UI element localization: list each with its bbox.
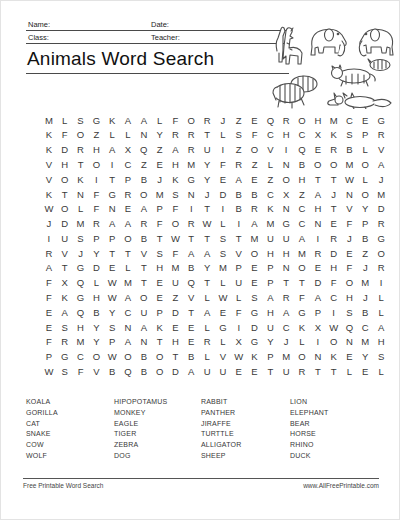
grid-cell: F [168,202,184,217]
grid-cell: T [326,364,342,379]
grid-cell: R [168,128,184,143]
grid-cell: O [310,157,326,172]
grid-cell: T [73,157,89,172]
grid-cell: I [183,202,199,217]
grid-cell: Y [199,157,215,172]
grid-cell: D [215,187,231,202]
grid-cell: F [215,157,231,172]
grid-cell: Z [231,143,247,158]
grid-cell: E [342,246,358,261]
grid-cell: N [310,349,326,364]
grid-cell: M [120,276,136,291]
grid-cell: R [136,216,152,231]
grid-cell: R [373,216,389,231]
grid-cell: L [104,128,120,143]
grid-cell: M [357,276,373,291]
grid-cell: S [215,231,231,246]
grid-cell: H [310,113,326,128]
grid-cell: R [183,216,199,231]
grid-cell: L [152,113,168,128]
grid-cell: R [73,143,89,158]
grid-cell: J [357,290,373,305]
word-list-item: TIGER [114,429,201,440]
grid-cell: E [41,320,57,335]
grid-cell: T [183,305,199,320]
grid-cell: A [136,320,152,335]
grid-cell: X [231,335,247,350]
grid-cell: J [152,172,168,187]
grid-cell: E [247,261,263,276]
grid-cell: I [373,276,389,291]
grid-cell: P [262,261,278,276]
grid-cell: M [183,157,199,172]
grid-cell: L [373,364,389,379]
grid-cell: W [231,349,247,364]
grid-cell: F [41,276,57,291]
grid-cell: J [342,231,358,246]
grid-cell: T [278,276,294,291]
grid-cell: E [152,276,168,291]
grid-cell: H [326,261,342,276]
name-date-row: Name: Date: [26,18,289,31]
grid-cell: S [57,364,73,379]
page-title: Animals Word Search [26,44,289,74]
grid-cell: L [215,128,231,143]
grid-cell: B [136,172,152,187]
grid-cell: N [278,202,294,217]
grid-cell: P [152,305,168,320]
grid-cell: O [278,172,294,187]
word-list-item: PANTHER [201,408,290,419]
grid-cell: B [183,349,199,364]
grid-cell: L [73,202,89,217]
grid-cell: B [136,364,152,379]
grid-cell: Z [294,187,310,202]
grid-cell: M [73,335,89,350]
grid-cell: R [199,113,215,128]
grid-cell: V [41,172,57,187]
grid-cell: J [326,187,342,202]
grid-cell: B [136,231,152,246]
grid-cell: K [294,320,310,335]
grid-cell: P [104,335,120,350]
grid-cell: L [357,143,373,158]
grid-cell: E [342,349,358,364]
grid-cell: P [262,276,278,291]
footer-site-text: www.AllFreePrintable.com [303,482,379,489]
grid-cell: W [41,364,57,379]
grid-cell: J [278,335,294,350]
grid-cell: R [294,364,310,379]
grid-cell: A [41,261,57,276]
grid-cell: R [326,143,342,158]
grid-cell: R [310,246,326,261]
grid-cell: X [57,276,73,291]
grid-cell: P [41,349,57,364]
grid-cell: N [120,320,136,335]
grid-cell: M [357,335,373,350]
grid-cell: G [247,305,263,320]
grid-cell: E [231,364,247,379]
grid-cell: U [231,276,247,291]
grid-cell: T [231,231,247,246]
grid-cell: N [183,187,199,202]
grid-cell: J [373,172,389,187]
word-list-column: LIONELEPHANTBEARHORSERHINODUCK [290,397,388,462]
grid-cell: E [183,335,199,350]
grid-cell: U [262,231,278,246]
footer-left-text: Free Printable Word Search [23,482,103,489]
grid-cell: O [73,128,89,143]
grid-cell: E [215,172,231,187]
grid-cell: B [357,305,373,320]
grid-cell: F [247,128,263,143]
grid-cell: T [199,202,215,217]
grid-cell: O [88,349,104,364]
grid-cell: T [199,128,215,143]
teacher-label: Teacher: [151,33,180,42]
grid-cell: R [41,246,57,261]
grid-cell: L [215,276,231,291]
grid-cell: A [120,113,136,128]
grid-cell: P [231,261,247,276]
grid-cell: C [357,320,373,335]
grid-cell: S [152,246,168,261]
grid-cell: V [41,157,57,172]
word-list-item: ALLIGATOR [201,440,290,451]
grid-cell: T [104,172,120,187]
grid-cell: T [199,231,215,246]
grid-cell: O [357,187,373,202]
grid-cell: Q [73,276,89,291]
grid-cell: C [294,128,310,143]
grid-cell: K [326,128,342,143]
grid-cell: B [342,143,358,158]
grid-cell: A [168,143,184,158]
grid-cell: D [310,276,326,291]
grid-cell: T [168,349,184,364]
grid-cell: A [310,290,326,305]
word-list-item: LION [290,397,388,408]
grid-cell: H [278,246,294,261]
class-label: Class: [28,33,49,42]
grid-cell: W [199,216,215,231]
word-list-item: ZEBRA [114,440,201,451]
grid-cell: A [247,216,263,231]
grid-cell: Y [199,261,215,276]
grid-cell: U [168,276,184,291]
grid-cell: H [168,335,184,350]
grid-cell: B [247,187,263,202]
grid-cell: A [199,305,215,320]
grid-cell: T [326,172,342,187]
grid-cell: F [294,290,310,305]
grid-cell: I [104,157,120,172]
grid-cell: F [41,290,57,305]
grid-cell: K [152,320,168,335]
grid-cell: I [326,305,342,320]
grid-cell: S [342,128,358,143]
grid-cell: B [294,157,310,172]
word-list-item: RABBIT [201,397,290,408]
giraffe-icon [276,27,302,64]
word-list-item: JIRAFFE [201,419,290,430]
grid-cell: B [357,231,373,246]
grid-cell: Z [136,157,152,172]
grid-cell: I [88,172,104,187]
grid-cell: O [120,349,136,364]
grid-cell: H [373,335,389,350]
grid-cell: J [357,261,373,276]
grid-cell: C [120,157,136,172]
grid-cell: M [326,113,342,128]
word-list-item: RHINO [290,440,388,451]
grid-cell: U [262,320,278,335]
grid-cell: C [326,290,342,305]
grid-cell: V [231,246,247,261]
grid-cell: E [247,113,263,128]
grid-cell: H [310,202,326,217]
grid-cell: A [136,113,152,128]
grid-cell: F [342,261,358,276]
word-list-item: MONKEY [114,408,201,419]
grid-cell: N [104,202,120,217]
grid-cell: O [373,246,389,261]
grid-cell: O [247,143,263,158]
grid-cell: A [136,202,152,217]
grid-cell: K [247,349,263,364]
grid-cell: X [120,143,136,158]
grid-cell: J [73,246,89,261]
grid-cell: A [373,157,389,172]
grid-cell: O [168,216,184,231]
grid-cell: A [183,364,199,379]
grid-cell: S [57,320,73,335]
grid-cell: Q [294,143,310,158]
grid-cell: Z [262,172,278,187]
grid-cell: N [73,187,89,202]
grid-cell: D [168,305,184,320]
grid-cell: R [231,157,247,172]
grid-cell: T [262,364,278,379]
grid-cell: I [231,320,247,335]
grid-cell: O [152,349,168,364]
grid-cell: C [262,187,278,202]
grid-cell: I [215,202,231,217]
word-list-item: SNAKE [26,429,114,440]
grid-cell: Y [104,305,120,320]
grid-cell: O [88,157,104,172]
grid-cell: E [247,364,263,379]
grid-cell: R [326,231,342,246]
grid-cell: F [152,216,168,231]
grid-cell: T [120,246,136,261]
grid-cell: V [57,246,73,261]
grid-cell: W [215,290,231,305]
grid-cell: A [120,290,136,305]
grid-cell: I [231,216,247,231]
grid-cell: G [373,113,389,128]
grid-cell: E [215,305,231,320]
grid-cell: F [88,202,104,217]
grid-cell: T [310,172,326,187]
grid-cell: U [57,231,73,246]
grid-cell: M [215,261,231,276]
grid-cell: U [199,143,215,158]
grid-cell: V [373,143,389,158]
grid-cell: E [168,320,184,335]
grid-cell: E [41,305,57,320]
word-list-column: KOALAGORILLACATSNAKECOWWOLF [26,397,114,462]
grid-cell: Y [262,335,278,350]
zebra-icon [273,76,317,108]
grid-cell: R [373,128,389,143]
grid-cell: G [294,305,310,320]
grid-cell: E [326,216,342,231]
grid-cell: N [310,216,326,231]
grid-cell: S [373,349,389,364]
fox-icon [328,93,391,109]
grid-cell: I [215,143,231,158]
grid-cell: A [104,143,120,158]
grid-cell: A [278,305,294,320]
grid-cell: L [199,349,215,364]
word-list-item: CAT [26,419,114,430]
grid-cell: Y [357,202,373,217]
grid-cell: A [183,246,199,261]
grid-cell: S [342,305,358,320]
word-list-item: COW [26,440,114,451]
grid-cell: Q [73,305,89,320]
grid-cell: K [168,172,184,187]
grid-cell: L [262,157,278,172]
grid-cell: D [326,246,342,261]
grid-cell: I [310,231,326,246]
grid-cell: H [73,320,89,335]
grid-cell: H [168,157,184,172]
grid-cell: Y [357,349,373,364]
grid-cell: N [136,335,152,350]
grid-cell: Z [168,290,184,305]
grid-cell: L [120,128,136,143]
grid-cell: C [262,128,278,143]
grid-cell: G [57,349,73,364]
grid-cell: N [278,261,294,276]
grid-cell: A [310,187,326,202]
word-list-column: RABBITPANTHERJIRAFFETURTTLEALLIGATORSHEE… [201,397,290,462]
grid-cell: L [57,113,73,128]
grid-cell: O [247,246,263,261]
grid-cell: Q [136,143,152,158]
grid-cell: L [199,320,215,335]
grid-cell: F [342,216,358,231]
grid-cell: B [231,187,247,202]
word-list-item: HORSE [290,429,388,440]
grid-cell: G [104,187,120,202]
grid-cell: L [342,364,358,379]
word-list-item: GORILLA [26,408,114,419]
grid-cell: S [73,113,89,128]
grid-cell: P [262,349,278,364]
grid-cell: T [152,335,168,350]
grid-cell: Q [262,113,278,128]
grid-cell: N [342,187,358,202]
grid-cell: S [215,246,231,261]
grid-cell: J [215,113,231,128]
grid-cell: E [152,157,168,172]
grid-cell: O [183,113,199,128]
grid-cell: S [104,320,120,335]
grid-cell: B [231,202,247,217]
grid-cell: L [373,305,389,320]
grid-cell: Z [88,128,104,143]
grid-cell: R [199,335,215,350]
grid-cell: E [310,143,326,158]
grid-cell: G [215,320,231,335]
grid-cell: H [57,157,73,172]
grid-cell: O [57,202,73,217]
grid-cell: B [88,305,104,320]
word-list-item: ELEPHANT [290,408,388,419]
grid-cell: T [152,231,168,246]
word-list-item: BEAR [290,419,388,430]
word-list-item: KOALA [26,397,114,408]
word-list-item: EAGLE [114,419,201,430]
grid-cell: I [278,143,294,158]
grid-cell: G [88,113,104,128]
grid-cell: E [183,320,199,335]
grid-cell: R [183,128,199,143]
grid-cell: S [247,290,263,305]
grid-cell: A [120,216,136,231]
animals-illustration [267,13,397,109]
grid-cell: S [73,231,89,246]
grid-cell: L [88,276,104,291]
grid-cell: K [41,128,57,143]
grid-cell: L [373,290,389,305]
grid-cell: K [262,202,278,217]
grid-cell: F [88,187,104,202]
grid-cell: O [294,113,310,128]
grid-cell: T [199,276,215,291]
grid-cell: O [120,231,136,246]
grid-cell: P [120,172,136,187]
class-teacher-row: Class: Teacher: [26,31,289,44]
grid-cell: U [136,305,152,320]
grid-cell: K [104,113,120,128]
grid-cell: Z [152,143,168,158]
grid-cell: I [41,231,57,246]
grid-cell: O [152,364,168,379]
grid-cell: R [373,261,389,276]
grid-cell: T [57,261,73,276]
grid-cell: R [88,216,104,231]
grid-cell: M [294,246,310,261]
grid-cell: E [104,261,120,276]
grid-cell: V [88,364,104,379]
grid-cell: D [88,261,104,276]
grid-cell: L [294,335,310,350]
grid-cell: T [104,246,120,261]
grid-cell: W [104,349,120,364]
grid-cell: H [88,290,104,305]
grid-cell: U [215,364,231,379]
grid-cell: F [231,305,247,320]
grid-cell: W [326,320,342,335]
grid-cell: L [215,216,231,231]
grid-cell: E [247,172,263,187]
elephant-icon [359,29,393,56]
